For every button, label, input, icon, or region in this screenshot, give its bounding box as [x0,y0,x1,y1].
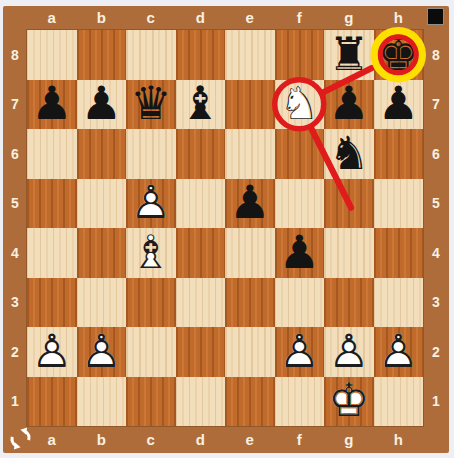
square-d3[interactable] [176,278,226,328]
square-h3[interactable] [374,278,424,328]
rank-label-6: 6 [423,129,449,179]
piece-white-bishop[interactable]: ♝♗ [126,228,176,278]
rank-label-2: 2 [423,327,449,377]
square-c3[interactable] [126,278,176,328]
square-d5[interactable] [176,179,226,229]
knight-glyph: ♞ [324,128,374,178]
square-c5[interactable]: ♟♙ [126,179,176,229]
square-e7[interactable] [225,80,275,130]
pawn-glyph: ♟ [225,178,275,228]
piece-white-king[interactable]: ♚♔ [324,377,374,427]
piece-black-pawn[interactable]: ♟ [275,228,325,278]
pawn-glyph: ♟ [275,227,325,277]
file-label-c: c [126,425,176,453]
square-f4[interactable]: ♟ [275,228,325,278]
square-h8[interactable]: ♚ [374,30,424,80]
page-background: abcdefgh abcdefgh 87654321 87654321 ♜♚♟♟… [0,0,454,458]
square-f5[interactable] [275,179,325,229]
square-h2[interactable]: ♟♙ [374,327,424,377]
file-label-e: e [225,6,275,29]
file-label-f: f [275,425,325,453]
square-e1[interactable] [225,377,275,427]
pawn-outline-glyph: ♙ [374,326,424,376]
square-f6[interactable] [275,129,325,179]
piece-white-pawn[interactable]: ♟♙ [27,327,77,377]
square-e8[interactable] [225,30,275,80]
file-label-g: g [324,425,374,453]
square-c1[interactable] [126,377,176,427]
rank-label-1: 1 [3,377,27,427]
square-h4[interactable] [374,228,424,278]
rank-label-3: 3 [423,278,449,328]
rank-label-8: 8 [423,30,449,80]
square-c7[interactable]: ♛ [126,80,176,130]
square-c2[interactable] [126,327,176,377]
rank-labels-right: 87654321 [423,30,449,426]
pawn-glyph: ♟ [77,79,127,129]
square-e5[interactable]: ♟ [225,179,275,229]
piece-black-queen[interactable]: ♛ [126,80,176,130]
square-h5[interactable] [374,179,424,229]
square-d2[interactable] [176,327,226,377]
piece-black-pawn[interactable]: ♟ [374,80,424,130]
square-g4[interactable] [324,228,374,278]
square-a7[interactable]: ♟ [27,80,77,130]
piece-black-pawn[interactable]: ♟ [27,80,77,130]
file-label-a: a [27,425,77,453]
square-f3[interactable] [275,278,325,328]
square-b6[interactable] [77,129,127,179]
rank-label-4: 4 [3,228,27,278]
file-label-e: e [225,425,275,453]
square-e3[interactable] [225,278,275,328]
rank-label-8: 8 [3,30,27,80]
file-label-h: h [374,425,424,453]
pawn-glyph: ♟ [324,79,374,129]
rank-label-6: 6 [3,129,27,179]
file-labels-top: abcdefgh [27,6,423,29]
square-a1[interactable] [27,377,77,427]
square-a6[interactable] [27,129,77,179]
square-e4[interactable] [225,228,275,278]
king-outline-glyph: ♔ [324,376,374,426]
piece-white-pawn[interactable]: ♟♙ [77,327,127,377]
piece-black-bishop[interactable]: ♝ [176,80,226,130]
square-g5[interactable] [324,179,374,229]
piece-white-pawn[interactable]: ♟♙ [324,327,374,377]
queen-glyph: ♛ [126,79,176,129]
pawn-outline-glyph: ♙ [27,326,77,376]
rank-label-3: 3 [3,278,27,328]
square-f8[interactable] [275,30,325,80]
pawn-outline-glyph: ♙ [126,178,176,228]
rank-label-5: 5 [3,179,27,229]
square-d8[interactable] [176,30,226,80]
file-label-d: d [176,6,226,29]
square-f2[interactable]: ♟♙ [275,327,325,377]
file-label-c: c [126,6,176,29]
rook-glyph: ♜ [324,29,374,79]
square-g2[interactable]: ♟♙ [324,327,374,377]
knight-outline-glyph: ♘ [275,79,325,129]
piece-white-pawn[interactable]: ♟♙ [374,327,424,377]
piece-black-pawn[interactable]: ♟ [77,80,127,130]
square-c4[interactable]: ♝♗ [126,228,176,278]
rank-label-2: 2 [3,327,27,377]
piece-black-pawn[interactable]: ♟ [225,179,275,229]
square-h1[interactable] [374,377,424,427]
file-label-h: h [374,6,424,29]
piece-black-rook[interactable]: ♜ [324,30,374,80]
square-g7[interactable]: ♟ [324,80,374,130]
bishop-glyph: ♝ [176,79,226,129]
file-label-g: g [324,6,374,29]
square-g1[interactable]: ♚♔ [324,377,374,427]
rotate-arrows-icon [9,427,32,450]
square-c6[interactable] [126,129,176,179]
piece-white-knight[interactable]: ♞♘ [275,80,325,130]
pawn-outline-glyph: ♙ [275,326,325,376]
square-b5[interactable] [77,179,127,229]
file-label-b: b [77,6,127,29]
square-f7[interactable]: ♞♘ [275,80,325,130]
pawn-glyph: ♟ [374,79,424,129]
square-d1[interactable] [176,377,226,427]
file-label-b: b [77,425,127,453]
black-to-move-indicator [427,8,444,25]
piece-black-knight[interactable]: ♞ [324,129,374,179]
pawn-glyph: ♟ [27,79,77,129]
square-b2[interactable]: ♟♙ [77,327,127,377]
square-c8[interactable] [126,30,176,80]
chess-board-frame: abcdefgh abcdefgh 87654321 87654321 ♜♚♟♟… [3,6,449,453]
file-label-d: d [176,425,226,453]
file-label-a: a [27,6,77,29]
rank-label-1: 1 [423,377,449,427]
square-f1[interactable] [275,377,325,427]
flip-board-button[interactable] [8,425,32,451]
rank-label-4: 4 [423,228,449,278]
square-h6[interactable] [374,129,424,179]
square-b1[interactable] [77,377,127,427]
square-e6[interactable] [225,129,275,179]
square-b7[interactable]: ♟ [77,80,127,130]
square-a3[interactable] [27,278,77,328]
rank-label-7: 7 [3,80,27,130]
square-g6[interactable]: ♞ [324,129,374,179]
piece-black-pawn[interactable]: ♟ [324,80,374,130]
square-g8[interactable]: ♜ [324,30,374,80]
square-a4[interactable] [27,228,77,278]
square-d4[interactable] [176,228,226,278]
board-grid: ♜♚♟♟♛♝♞♘♟♟♞♟♙♟♝♗♟♟♙♟♙♟♙♟♙♟♙♚♔ [27,30,423,426]
file-label-f: f [275,6,325,29]
file-labels-bottom: abcdefgh [27,425,423,453]
bishop-outline-glyph: ♗ [126,227,176,277]
square-a8[interactable] [27,30,77,80]
square-d6[interactable] [176,129,226,179]
square-e2[interactable] [225,327,275,377]
square-b3[interactable] [77,278,127,328]
square-d7[interactable]: ♝ [176,80,226,130]
square-b8[interactable] [77,30,127,80]
square-h7[interactable]: ♟ [374,80,424,130]
king-glyph: ♚ [374,29,424,79]
piece-white-pawn[interactable]: ♟♙ [126,179,176,229]
pawn-outline-glyph: ♙ [77,326,127,376]
rank-label-7: 7 [423,80,449,130]
rank-label-5: 5 [423,179,449,229]
piece-black-king[interactable]: ♚ [374,30,424,80]
pawn-outline-glyph: ♙ [324,326,374,376]
rank-labels-left: 87654321 [3,30,27,426]
square-b4[interactable] [77,228,127,278]
square-g3[interactable] [324,278,374,328]
square-a2[interactable]: ♟♙ [27,327,77,377]
piece-white-pawn[interactable]: ♟♙ [275,327,325,377]
square-a5[interactable] [27,179,77,229]
